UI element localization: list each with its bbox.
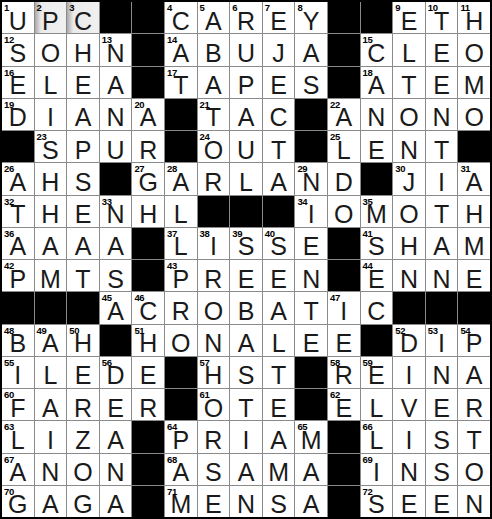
cell-r11c7[interactable]: N (198, 325, 230, 356)
cell-letter: E (368, 131, 385, 162)
cell-r7c14[interactable]: T (426, 196, 458, 227)
cell-r8c13[interactable]: H (393, 228, 425, 259)
cell-r12c3[interactable]: E (67, 357, 99, 388)
cell-letter: R (204, 163, 222, 194)
clue-number: 26 (4, 164, 14, 174)
cell-r15c6[interactable]: 68A (165, 454, 197, 485)
cell-r10c1-block (2, 292, 34, 323)
cell-r2c9[interactable]: J (263, 34, 295, 65)
cell-letter: S (238, 357, 255, 388)
cell-r9c4[interactable]: S (100, 260, 132, 291)
cell-r12c7[interactable]: 57H (198, 357, 230, 388)
cell-r2c14[interactable]: E (426, 34, 458, 65)
cell-r7c11[interactable]: O (328, 196, 360, 227)
cell-r8c6[interactable]: 37L (165, 228, 197, 259)
cell-r2c15[interactable]: O (458, 34, 490, 65)
cell-r14c3[interactable]: Z (67, 421, 99, 452)
clue-number: 23 (37, 132, 47, 142)
cell-r1c13[interactable]: 9E (393, 2, 425, 33)
cell-r2c4[interactable]: 13N (100, 34, 132, 65)
cell-r9c7[interactable]: R (198, 260, 230, 291)
cell-letter: R (237, 2, 255, 33)
cell-r9c12[interactable]: 44E (361, 260, 393, 291)
cell-r15c5-block (132, 454, 164, 485)
cell-letter: L (174, 196, 188, 227)
cell-letter: A (433, 228, 450, 259)
cell-r13c5[interactable]: R (132, 389, 164, 420)
cell-letter: A (75, 99, 92, 130)
cell-letter: O (204, 292, 223, 323)
cell-r10c4[interactable]: 45A (100, 292, 132, 323)
cell-r15c12[interactable]: 69I (361, 454, 393, 485)
cell-r14c6[interactable]: 64P (165, 421, 197, 452)
cell-r2c12[interactable]: 15C (361, 34, 393, 65)
cell-letter: D (335, 163, 353, 194)
cell-letter: N (433, 99, 451, 130)
cell-r7c7-block (198, 196, 230, 227)
cell-r11c6[interactable]: O (165, 325, 197, 356)
cell-r14c1[interactable]: 63L (2, 421, 34, 452)
cell-letter: I (406, 421, 413, 452)
cell-r15c10[interactable]: A (295, 454, 327, 485)
cell-r15c3[interactable]: O (67, 454, 99, 485)
clue-number: 29 (297, 164, 307, 174)
cell-r2c7[interactable]: B (198, 34, 230, 65)
cell-letter: E (107, 389, 124, 420)
clue-number: 16 (4, 68, 14, 78)
cell-letter: T (467, 421, 482, 452)
cell-r7c9-block (263, 196, 295, 227)
cell-r14c15[interactable]: T (458, 421, 490, 452)
cell-r4c11[interactable]: 22A (328, 99, 360, 130)
cell-letter: E (270, 67, 287, 98)
cell-r8c7[interactable]: 38I (198, 228, 230, 259)
cell-r9c15[interactable]: E (458, 260, 490, 291)
cell-r2c1[interactable]: 12S (2, 34, 34, 65)
cell-r6c13[interactable]: 30J (393, 163, 425, 194)
cell-letter: M (464, 67, 485, 98)
cell-r6c3[interactable]: S (67, 163, 99, 194)
cell-r12c6-block (165, 357, 197, 388)
cell-r5c12[interactable]: E (361, 131, 393, 162)
cell-letter: A (75, 228, 92, 259)
cell-r3c2[interactable]: L (35, 67, 67, 98)
cell-r16c7[interactable]: E (198, 486, 230, 517)
cell-r16c6[interactable]: 71M (165, 486, 197, 517)
cell-r6c5[interactable]: 27G (132, 163, 164, 194)
cell-r8c10[interactable]: E (295, 228, 327, 259)
cell-r12c13[interactable]: I (393, 357, 425, 388)
cell-r11c9[interactable]: L (263, 325, 295, 356)
cell-r9c9[interactable]: E (263, 260, 295, 291)
cell-r16c9[interactable]: S (263, 486, 295, 517)
cell-r3c8[interactable]: P (230, 67, 262, 98)
cell-r15c8[interactable]: A (230, 454, 262, 485)
cell-r9c6[interactable]: 43P (165, 260, 197, 291)
cell-r8c8[interactable]: 39S (230, 228, 262, 259)
cell-r10c8[interactable]: B (230, 292, 262, 323)
cell-r4c2[interactable]: I (35, 99, 67, 130)
clue-number: 60 (4, 390, 14, 400)
cell-r12c15[interactable]: A (458, 357, 490, 388)
cell-r12c12[interactable]: 59E (361, 357, 393, 388)
cell-r8c1[interactable]: 36A (2, 228, 34, 259)
cell-r4c7[interactable]: 21T (198, 99, 230, 130)
cell-r9c1[interactable]: 42P (2, 260, 34, 291)
cell-r10c14-block (426, 292, 458, 323)
cell-r8c11-block (328, 228, 360, 259)
cell-r5c9[interactable]: T (263, 131, 295, 162)
cell-r5c1-block (2, 131, 34, 162)
cell-r8c4[interactable]: A (100, 228, 132, 259)
cell-r15c15[interactable]: O (458, 454, 490, 485)
cell-r13c11[interactable]: 62E (328, 389, 360, 420)
cell-r3c10[interactable]: S (295, 67, 327, 98)
cell-r10c9[interactable]: A (263, 292, 295, 323)
cell-r8c9[interactable]: 40S (263, 228, 295, 259)
cell-letter: I (210, 228, 217, 259)
cell-r3c13[interactable]: T (393, 67, 425, 98)
clue-number: 22 (330, 100, 340, 110)
cell-r13c2[interactable]: A (35, 389, 67, 420)
cell-r2c6[interactable]: 14A (165, 34, 197, 65)
cell-r3c9[interactable]: E (263, 67, 295, 98)
cell-letter: A (238, 99, 255, 130)
cell-r12c8[interactable]: S (230, 357, 262, 388)
clue-number: 65 (297, 422, 307, 432)
cell-letter: E (335, 325, 352, 356)
cell-r16c12[interactable]: 72S (361, 486, 393, 517)
cell-r6c14[interactable]: I (426, 163, 458, 194)
cell-r15c2[interactable]: N (35, 454, 67, 485)
cell-r14c4[interactable]: A (100, 421, 132, 452)
cell-r7c6[interactable]: L (165, 196, 197, 227)
cell-r4c1[interactable]: 19D (2, 99, 34, 130)
cell-r5c8[interactable]: U (230, 131, 262, 162)
cell-r10c6[interactable]: R (165, 292, 197, 323)
cell-letter: N (237, 486, 255, 517)
cell-r5c5[interactable]: R (132, 131, 164, 162)
cell-letter: A (42, 228, 59, 259)
cell-r7c15[interactable]: H (458, 196, 490, 227)
cell-letter: A (270, 163, 287, 194)
cell-letter: P (75, 131, 92, 162)
cell-r10c7[interactable]: O (198, 292, 230, 323)
cell-r8c12[interactable]: 41S (361, 228, 393, 259)
clue-number: 62 (330, 390, 340, 400)
cell-r16c4[interactable]: A (100, 486, 132, 517)
cell-r1c14[interactable]: 10T (426, 2, 458, 33)
cell-r12c5[interactable]: E (132, 357, 164, 388)
cell-letter: A (238, 454, 255, 485)
cell-r8c15[interactable]: M (458, 228, 490, 259)
cell-r13c4[interactable]: E (100, 389, 132, 420)
cell-r8c14[interactable]: A (426, 228, 458, 259)
cell-r13c1[interactable]: 60F (2, 389, 34, 420)
cell-r15c13[interactable]: N (393, 454, 425, 485)
cell-r2c8[interactable]: U (230, 34, 262, 65)
cell-r7c10[interactable]: 34I (295, 196, 327, 227)
cell-r11c2[interactable]: 49A (35, 325, 67, 356)
clue-number: 17 (167, 68, 177, 78)
cell-r4c5[interactable]: 20A (132, 99, 164, 130)
cell-r3c6[interactable]: 17T (165, 67, 197, 98)
clue-number: 51 (134, 326, 144, 336)
cell-r9c10[interactable]: N (295, 260, 327, 291)
clue-number: 61 (200, 390, 210, 400)
cell-r11c5[interactable]: 51H (132, 325, 164, 356)
cell-r11c8[interactable]: A (230, 325, 262, 356)
cell-r12c14[interactable]: N (426, 357, 458, 388)
cell-r9c2[interactable]: M (35, 260, 67, 291)
cell-r13c3[interactable]: R (67, 389, 99, 420)
cell-r4c6-block (165, 99, 197, 130)
cell-r15c14[interactable]: S (426, 454, 458, 485)
cell-r16c15[interactable]: N (458, 486, 490, 517)
clue-number: 12 (4, 35, 14, 45)
cell-letter: N (400, 131, 418, 162)
clue-number: 53 (428, 326, 438, 336)
cell-r6c11[interactable]: D (328, 163, 360, 194)
cell-letter: T (75, 260, 90, 291)
cell-letter: N (465, 486, 483, 517)
cell-r4c8[interactable]: A (230, 99, 262, 130)
cell-r10c12[interactable]: C (361, 292, 393, 323)
cell-letter: S (433, 421, 450, 452)
cell-r16c3[interactable]: G (67, 486, 99, 517)
cell-letter: I (438, 325, 445, 356)
cell-r4c4[interactable]: N (100, 99, 132, 130)
cell-r13c7[interactable]: 61O (198, 389, 230, 420)
cell-r4c15[interactable]: O (458, 99, 490, 130)
cell-r4c12[interactable]: N (361, 99, 393, 130)
cell-r7c1[interactable]: 32T (2, 196, 34, 227)
cell-r1c2[interactable]: 2P (35, 2, 67, 33)
cell-r13c8[interactable]: T (230, 389, 262, 420)
cell-r9c5-block (132, 260, 164, 291)
cell-r10c13-block (393, 292, 425, 323)
cell-r12c9[interactable]: T (263, 357, 295, 388)
cell-r13c6-block (165, 389, 197, 420)
cell-r3c5-block (132, 67, 164, 98)
clue-number: 57 (200, 358, 210, 368)
cell-r10c10[interactable]: T (295, 292, 327, 323)
cell-r11c11[interactable]: E (328, 325, 360, 356)
cell-r1c1[interactable]: 1U (2, 2, 34, 33)
cell-r12c1[interactable]: 55I (2, 357, 34, 388)
cell-letter: I (47, 421, 54, 452)
clue-number: 63 (4, 422, 14, 432)
cell-r8c5-block (132, 228, 164, 259)
cell-r12c10-block (295, 357, 327, 388)
cell-r11c4-block (100, 325, 132, 356)
cell-r11c15[interactable]: 54P (458, 325, 490, 356)
cell-r7c8-block (230, 196, 262, 227)
cell-r11c10[interactable]: E (295, 325, 327, 356)
cell-r15c1[interactable]: 67A (2, 454, 34, 485)
cell-r16c14[interactable]: E (426, 486, 458, 517)
cell-letter: A (107, 228, 124, 259)
clue-number: 49 (37, 326, 47, 336)
cell-r8c2[interactable]: A (35, 228, 67, 259)
cell-r2c13[interactable]: L (393, 34, 425, 65)
cell-r9c13[interactable]: N (393, 260, 425, 291)
cell-r3c1[interactable]: 16E (2, 67, 34, 98)
cell-letter: V (401, 389, 418, 420)
cell-r2c10[interactable]: A (295, 34, 327, 65)
cell-r5c13[interactable]: N (393, 131, 425, 162)
cell-letter: T (238, 389, 253, 420)
cell-letter: A (466, 357, 483, 388)
cell-r6c8[interactable]: L (230, 163, 262, 194)
cell-r16c10[interactable]: A (295, 486, 327, 517)
cell-r14c8[interactable]: I (230, 421, 262, 452)
cell-r5c11[interactable]: 25L (328, 131, 360, 162)
cell-letter: R (204, 260, 222, 291)
clue-number: 7 (265, 3, 270, 13)
cell-r5c3[interactable]: P (67, 131, 99, 162)
cell-letter: A (238, 325, 255, 356)
cell-letter: N (433, 357, 451, 388)
cell-r3c3[interactable]: E (67, 67, 99, 98)
cell-letter: U (9, 2, 27, 33)
cell-r14c9[interactable]: A (263, 421, 295, 452)
cell-r7c5[interactable]: H (132, 196, 164, 227)
cell-letter: A (107, 421, 124, 452)
cell-r14c12[interactable]: 66L (361, 421, 393, 452)
clue-number: 56 (102, 358, 112, 368)
cell-r12c4[interactable]: 56D (100, 357, 132, 388)
cell-r7c2[interactable]: H (35, 196, 67, 227)
cell-letter: H (139, 196, 157, 227)
cell-r16c13[interactable]: E (393, 486, 425, 517)
clue-number: 5 (200, 3, 205, 13)
cell-r3c14[interactable]: E (426, 67, 458, 98)
cell-letter: L (43, 67, 57, 98)
cell-r1c3[interactable]: 3C (67, 2, 99, 33)
cell-r3c7[interactable]: A (198, 67, 230, 98)
cell-r10c2-block (35, 292, 67, 323)
cell-letter: E (270, 389, 287, 420)
cell-r16c2[interactable]: A (35, 486, 67, 517)
cell-r5c4[interactable]: U (100, 131, 132, 162)
cell-r15c7[interactable]: S (198, 454, 230, 485)
cell-r6c10[interactable]: 29N (295, 163, 327, 194)
cell-r6c9[interactable]: A (263, 163, 295, 194)
cell-r5c14[interactable]: T (426, 131, 458, 162)
cell-r6c2[interactable]: H (35, 163, 67, 194)
cell-r13c14[interactable]: E (426, 389, 458, 420)
cell-r6c6[interactable]: 28A (165, 163, 197, 194)
cell-r14c2[interactable]: I (35, 421, 67, 452)
clue-number: 19 (4, 100, 14, 110)
cell-r11c1[interactable]: 48B (2, 325, 34, 356)
cell-r10c5[interactable]: 46C (132, 292, 164, 323)
cell-r14c10[interactable]: 65M (295, 421, 327, 452)
cell-r6c1[interactable]: 26A (2, 163, 34, 194)
cell-r4c13[interactable]: O (393, 99, 425, 130)
cell-r4c3[interactable]: A (67, 99, 99, 130)
cell-r7c4[interactable]: 33N (100, 196, 132, 227)
cell-r10c11[interactable]: 47I (328, 292, 360, 323)
cell-r3c4[interactable]: A (100, 67, 132, 98)
cell-r4c14[interactable]: N (426, 99, 458, 130)
cell-r9c8[interactable]: E (230, 260, 262, 291)
cell-r13c10-block (295, 389, 327, 420)
cell-r11c14[interactable]: 53I (426, 325, 458, 356)
cell-r3c15[interactable]: M (458, 67, 490, 98)
cell-r7c3[interactable]: E (67, 196, 99, 227)
cell-r1c15[interactable]: 11H (458, 2, 490, 33)
cell-letter: L (272, 325, 286, 356)
clue-number: 34 (297, 197, 307, 207)
cell-r9c3[interactable]: T (67, 260, 99, 291)
cell-letter: S (205, 454, 222, 485)
cell-r16c8[interactable]: N (230, 486, 262, 517)
cell-r1c8[interactable]: 6R (230, 2, 262, 33)
cell-r6c7[interactable]: R (198, 163, 230, 194)
cell-r12c11[interactable]: 58R (328, 357, 360, 388)
cell-r5c7[interactable]: 24O (198, 131, 230, 162)
cell-r13c13[interactable]: V (393, 389, 425, 420)
cell-r9c14[interactable]: N (426, 260, 458, 291)
cell-r16c1[interactable]: 70G (2, 486, 34, 517)
cell-letter: U (237, 34, 255, 65)
cell-r7c12[interactable]: 35M (361, 196, 393, 227)
cell-r7c13[interactable]: O (393, 196, 425, 227)
cell-r14c14[interactable]: S (426, 421, 458, 452)
clue-number: 13 (102, 35, 112, 45)
cell-r10c3-block (67, 292, 99, 323)
cell-letter: Y (303, 2, 320, 33)
clue-number: 9 (395, 3, 400, 13)
cell-r3c12[interactable]: 18A (361, 67, 393, 98)
cell-r8c3[interactable]: A (67, 228, 99, 259)
cell-r11c13[interactable]: 52D (393, 325, 425, 356)
cell-letter: L (239, 163, 253, 194)
cell-r4c9[interactable]: C (263, 99, 295, 130)
cell-r4c10-block (295, 99, 327, 130)
cell-r5c2[interactable]: 23S (35, 131, 67, 162)
cell-r13c12[interactable]: L (361, 389, 393, 420)
cell-r15c9[interactable]: M (263, 454, 295, 485)
cell-letter: T (434, 196, 449, 227)
cell-r13c9[interactable]: E (263, 389, 295, 420)
cell-r1c6[interactable]: 4C (165, 2, 197, 33)
cell-r2c3[interactable]: H (67, 34, 99, 65)
cell-r14c7[interactable]: R (198, 421, 230, 452)
cell-r14c13[interactable]: I (393, 421, 425, 452)
clue-number: 54 (460, 326, 470, 336)
crossword-board: 1U2P3C4C5A6R7E8Y9E10T11H12SOH13N14ABUJA1… (0, 0, 492, 519)
cell-r1c7[interactable]: 5A (198, 2, 230, 33)
cell-r1c10[interactable]: 8Y (295, 2, 327, 33)
cell-r15c4[interactable]: N (100, 454, 132, 485)
cell-r1c9[interactable]: 7E (263, 2, 295, 33)
cell-letter: M (268, 454, 289, 485)
clue-number: 66 (363, 422, 373, 432)
cell-letter: S (433, 454, 450, 485)
cell-r12c2[interactable]: L (35, 357, 67, 388)
cell-r2c2[interactable]: O (35, 34, 67, 65)
clue-number: 39 (232, 229, 242, 239)
cell-letter: A (205, 67, 222, 98)
cell-r6c15[interactable]: 31A (458, 163, 490, 194)
cell-r11c3[interactable]: 50H (67, 325, 99, 356)
cell-letter: A (107, 486, 124, 517)
cell-r13c15[interactable]: R (458, 389, 490, 420)
clue-number: 24 (200, 132, 210, 142)
